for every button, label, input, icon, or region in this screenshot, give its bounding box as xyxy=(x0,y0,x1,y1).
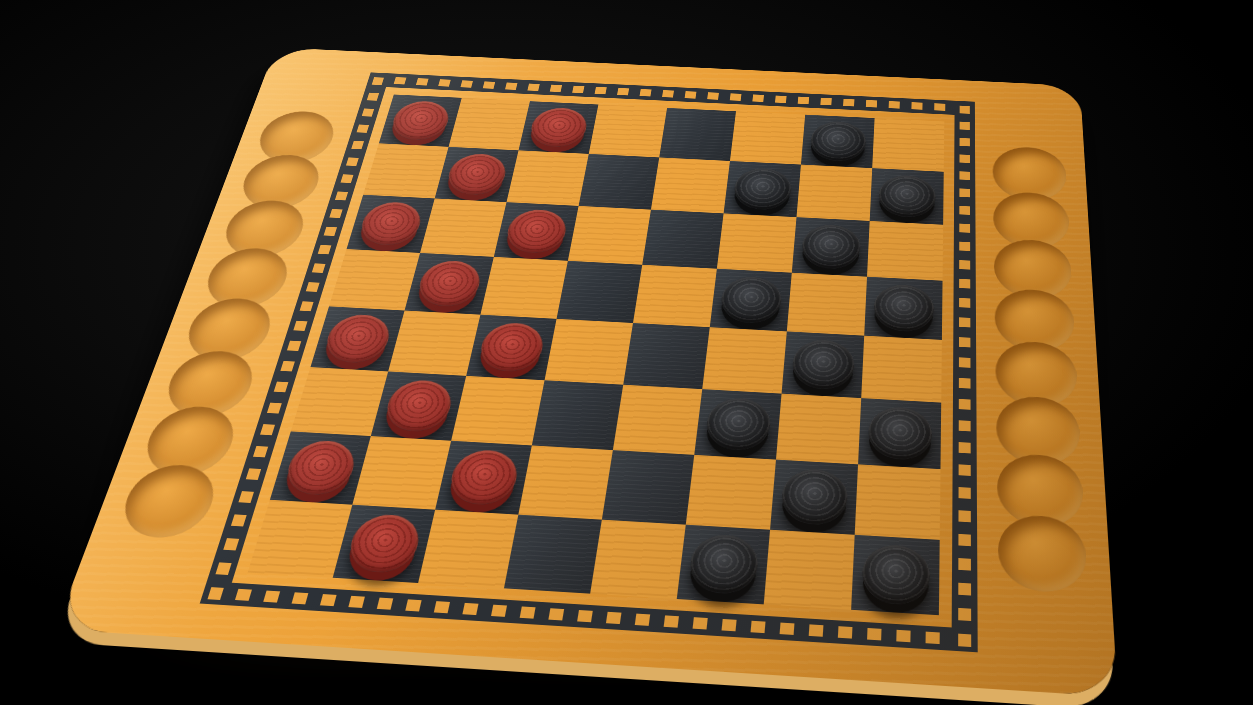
black-checker[interactable] xyxy=(878,174,936,218)
square-r7c5[interactable] xyxy=(601,450,693,525)
square-r3c7[interactable] xyxy=(791,217,869,277)
square-r2c1 xyxy=(363,143,448,198)
square-r5c2 xyxy=(388,310,480,375)
black-checker[interactable] xyxy=(732,167,792,211)
tray-lobe xyxy=(997,513,1088,594)
square-r8c8[interactable] xyxy=(851,534,940,614)
square-r5c3[interactable] xyxy=(466,314,556,380)
red-checker[interactable] xyxy=(388,100,453,141)
black-checker[interactable] xyxy=(809,120,866,162)
black-checker[interactable] xyxy=(704,396,772,451)
square-r7c6 xyxy=(685,454,775,529)
square-r6c6[interactable] xyxy=(694,389,781,459)
square-r4c8[interactable] xyxy=(864,276,942,339)
black-checker[interactable] xyxy=(718,275,782,324)
square-r2c3 xyxy=(506,150,588,206)
red-checker[interactable] xyxy=(381,378,455,432)
square-r8c5 xyxy=(590,519,686,598)
square-r3c5[interactable] xyxy=(642,209,723,268)
black-checker[interactable] xyxy=(687,533,760,595)
square-r1c6 xyxy=(729,111,804,164)
red-checker[interactable] xyxy=(445,448,520,506)
black-checker[interactable] xyxy=(867,405,932,460)
square-r8c4[interactable] xyxy=(503,514,601,593)
black-checker[interactable] xyxy=(790,338,855,390)
square-r6c5 xyxy=(612,384,701,454)
square-r3c2 xyxy=(420,198,506,256)
square-r1c7[interactable] xyxy=(800,114,874,167)
square-r7c8 xyxy=(854,464,940,540)
red-checker[interactable] xyxy=(503,208,569,254)
square-r5c4 xyxy=(544,318,632,384)
square-r4c1 xyxy=(329,249,420,310)
square-r2c4[interactable] xyxy=(578,153,659,209)
square-r7c4 xyxy=(518,445,613,519)
square-r5c6 xyxy=(702,327,787,393)
square-r2c2[interactable] xyxy=(434,146,518,201)
black-checker[interactable] xyxy=(861,543,930,606)
square-r4c2[interactable] xyxy=(404,252,493,314)
square-r2c8[interactable] xyxy=(869,168,943,225)
square-r7c3[interactable] xyxy=(435,440,532,514)
square-r8c3 xyxy=(418,509,518,588)
square-r8c6[interactable] xyxy=(676,524,769,604)
square-r1c8 xyxy=(872,118,944,172)
square-r5c8 xyxy=(861,335,942,402)
square-r6c8[interactable] xyxy=(858,398,941,469)
square-r6c3 xyxy=(451,375,544,445)
square-r1c5[interactable] xyxy=(659,107,736,160)
black-checker[interactable] xyxy=(873,283,934,332)
square-r2c6[interactable] xyxy=(723,161,800,217)
black-checker[interactable] xyxy=(800,223,861,269)
square-r3c1[interactable] xyxy=(346,194,434,252)
render-scene xyxy=(0,0,1253,705)
square-r5c7[interactable] xyxy=(781,331,864,398)
square-r1c1[interactable] xyxy=(378,94,461,146)
square-r1c2 xyxy=(448,97,529,150)
square-r4c7 xyxy=(786,272,866,335)
square-r1c4 xyxy=(588,104,666,157)
square-r4c6[interactable] xyxy=(709,268,791,331)
square-r2c7 xyxy=(796,164,872,220)
red-checker[interactable] xyxy=(414,259,484,307)
square-r3c8 xyxy=(867,220,943,280)
black-checker[interactable] xyxy=(779,467,848,526)
square-r2c5 xyxy=(650,157,729,213)
square-r4c5 xyxy=(633,264,717,326)
square-r6c2[interactable] xyxy=(370,371,465,440)
filmstrip-border-right xyxy=(951,100,977,651)
square-r1c3[interactable] xyxy=(518,101,598,154)
red-checker[interactable] xyxy=(476,321,547,372)
tray-lobe xyxy=(113,462,222,539)
red-checker[interactable] xyxy=(356,200,425,245)
red-checker[interactable] xyxy=(281,439,360,496)
square-r3c4 xyxy=(567,205,650,264)
square-r3c3[interactable] xyxy=(493,202,578,261)
red-checker[interactable] xyxy=(344,512,424,573)
checkers-board xyxy=(55,47,1118,696)
red-checker[interactable] xyxy=(444,152,509,195)
right-piece-tray xyxy=(992,145,1088,594)
square-r8c7 xyxy=(763,529,854,609)
square-r4c3 xyxy=(480,256,567,318)
square-r3c6 xyxy=(716,213,796,272)
square-r4c4[interactable] xyxy=(556,260,642,322)
perspective-container xyxy=(0,0,1253,705)
red-checker[interactable] xyxy=(527,106,589,147)
red-checker[interactable] xyxy=(321,313,394,364)
square-r5c5[interactable] xyxy=(623,323,710,389)
square-r7c7[interactable] xyxy=(769,459,857,534)
square-r6c7 xyxy=(775,393,860,464)
square-r6c4[interactable] xyxy=(531,380,622,450)
